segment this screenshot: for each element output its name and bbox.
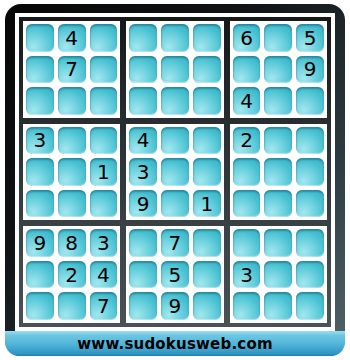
cell-r4-c3[interactable] xyxy=(90,127,118,155)
cell-r5-c6[interactable] xyxy=(193,158,221,186)
cell-r2-c8[interactable] xyxy=(264,56,292,84)
cell-r2-c9[interactable]: 9 xyxy=(296,56,324,84)
cell-r4-c2[interactable] xyxy=(58,127,86,155)
cell-r1-c4[interactable] xyxy=(129,24,157,52)
cell-r4-c8[interactable] xyxy=(264,127,292,155)
cell-r4-c7[interactable]: 2 xyxy=(233,127,261,155)
cell-r8-c6[interactable] xyxy=(193,261,221,289)
cell-r2-c2[interactable]: 7 xyxy=(58,56,86,84)
cell-r1-c1[interactable] xyxy=(26,24,54,52)
cell-r4-c1[interactable]: 3 xyxy=(26,127,54,155)
cell-r1-c9[interactable]: 5 xyxy=(296,24,324,52)
cell-r9-c7[interactable] xyxy=(233,292,261,320)
cell-r1-c3[interactable] xyxy=(90,24,118,52)
cell-r8-c5[interactable]: 5 xyxy=(161,261,189,289)
cell-r6-c5[interactable] xyxy=(161,190,189,218)
cell-r6-c6[interactable]: 1 xyxy=(193,190,221,218)
cell-r1-c6[interactable] xyxy=(193,24,221,52)
cell-r5-c5[interactable] xyxy=(161,158,189,186)
cell-r2-c5[interactable] xyxy=(161,56,189,84)
cell-r2-c1[interactable] xyxy=(26,56,54,84)
box-1-1: 4391 xyxy=(126,124,223,221)
cell-r7-c1[interactable]: 9 xyxy=(26,229,54,257)
sudoku-board: 47659431439129832477593 xyxy=(15,13,335,331)
sudoku-widget: 47659431439129832477593 www.sudokusweb.c… xyxy=(5,4,345,356)
cell-r2-c4[interactable] xyxy=(129,56,157,84)
cell-r2-c3[interactable] xyxy=(90,56,118,84)
box-1-0: 31 xyxy=(23,124,120,221)
cell-r9-c2[interactable] xyxy=(58,292,86,320)
cell-r8-c4[interactable] xyxy=(129,261,157,289)
cell-r5-c7[interactable] xyxy=(233,158,261,186)
cell-r2-c6[interactable] xyxy=(193,56,221,84)
cell-r8-c1[interactable] xyxy=(26,261,54,289)
cell-r5-c4[interactable]: 3 xyxy=(129,158,157,186)
cell-r8-c3[interactable]: 4 xyxy=(90,261,118,289)
cell-r8-c2[interactable]: 2 xyxy=(58,261,86,289)
cell-r6-c1[interactable] xyxy=(26,190,54,218)
cell-r3-c4[interactable] xyxy=(129,87,157,115)
cell-r9-c8[interactable] xyxy=(264,292,292,320)
cell-r6-c7[interactable] xyxy=(233,190,261,218)
cell-r1-c2[interactable]: 4 xyxy=(58,24,86,52)
box-2-2: 3 xyxy=(230,226,327,323)
cell-r3-c9[interactable] xyxy=(296,87,324,115)
cell-r9-c3[interactable]: 7 xyxy=(90,292,118,320)
footer-bar: www.sudokusweb.com xyxy=(5,331,345,356)
box-0-1 xyxy=(126,21,223,118)
cell-r5-c3[interactable]: 1 xyxy=(90,158,118,186)
cell-r9-c1[interactable] xyxy=(26,292,54,320)
cell-r3-c7[interactable]: 4 xyxy=(233,87,261,115)
cell-r6-c2[interactable] xyxy=(58,190,86,218)
box-1-2: 2 xyxy=(230,124,327,221)
box-0-0: 47 xyxy=(23,21,120,118)
cell-r4-c4[interactable]: 4 xyxy=(129,127,157,155)
box-2-1: 759 xyxy=(126,226,223,323)
cell-r5-c2[interactable] xyxy=(58,158,86,186)
cell-r2-c7[interactable] xyxy=(233,56,261,84)
box-2-0: 983247 xyxy=(23,226,120,323)
cell-r6-c8[interactable] xyxy=(264,190,292,218)
cell-r4-c5[interactable] xyxy=(161,127,189,155)
cell-r5-c8[interactable] xyxy=(264,158,292,186)
cell-r9-c9[interactable] xyxy=(296,292,324,320)
cell-r8-c9[interactable] xyxy=(296,261,324,289)
cell-r7-c8[interactable] xyxy=(264,229,292,257)
cell-r1-c5[interactable] xyxy=(161,24,189,52)
box-0-2: 6594 xyxy=(230,21,327,118)
cell-r3-c3[interactable] xyxy=(90,87,118,115)
cell-r9-c4[interactable] xyxy=(129,292,157,320)
cell-r1-c8[interactable] xyxy=(264,24,292,52)
cell-r5-c1[interactable] xyxy=(26,158,54,186)
cell-r3-c6[interactable] xyxy=(193,87,221,115)
cell-r8-c8[interactable] xyxy=(264,261,292,289)
cell-r3-c5[interactable] xyxy=(161,87,189,115)
cell-r6-c3[interactable] xyxy=(90,190,118,218)
cell-r8-c7[interactable]: 3 xyxy=(233,261,261,289)
cell-r3-c1[interactable] xyxy=(26,87,54,115)
cell-r4-c9[interactable] xyxy=(296,127,324,155)
cell-r7-c9[interactable] xyxy=(296,229,324,257)
cell-r7-c4[interactable] xyxy=(129,229,157,257)
cell-r4-c6[interactable] xyxy=(193,127,221,155)
cell-r7-c5[interactable]: 7 xyxy=(161,229,189,257)
cell-r3-c2[interactable] xyxy=(58,87,86,115)
cell-r1-c7[interactable]: 6 xyxy=(233,24,261,52)
cell-r6-c4[interactable]: 9 xyxy=(129,190,157,218)
cell-r7-c3[interactable]: 3 xyxy=(90,229,118,257)
website-url: www.sudokusweb.com xyxy=(77,335,272,353)
cell-r7-c6[interactable] xyxy=(193,229,221,257)
cell-r5-c9[interactable] xyxy=(296,158,324,186)
cell-r3-c8[interactable] xyxy=(264,87,292,115)
cell-r6-c9[interactable] xyxy=(296,190,324,218)
cell-r7-c2[interactable]: 8 xyxy=(58,229,86,257)
cell-r9-c6[interactable] xyxy=(193,292,221,320)
cell-r7-c7[interactable] xyxy=(233,229,261,257)
cell-r9-c5[interactable]: 9 xyxy=(161,292,189,320)
